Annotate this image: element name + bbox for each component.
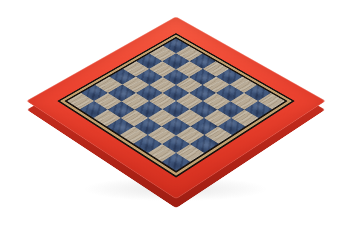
product-photo	[0, 0, 350, 231]
square-e7	[134, 118, 162, 135]
square-h4	[218, 118, 246, 135]
square-g4	[204, 109, 232, 126]
square-h7	[176, 144, 204, 162]
board-inlay-border	[57, 33, 295, 178]
square-g6	[176, 126, 204, 143]
square-h3	[231, 109, 259, 126]
square-d6	[135, 101, 162, 118]
square-f4	[190, 101, 217, 118]
square-d7	[121, 109, 149, 126]
square-c7	[107, 101, 134, 118]
square-b8	[80, 101, 107, 118]
square-e6	[148, 109, 176, 126]
square-g8	[148, 144, 176, 162]
square-g7	[162, 135, 190, 153]
square-h6	[190, 135, 218, 153]
square-f6	[162, 118, 190, 135]
square-d8	[107, 118, 135, 135]
square-h5	[204, 126, 232, 143]
square-h2	[245, 101, 272, 118]
square-c8	[93, 109, 121, 126]
square-h8	[162, 153, 191, 171]
square-g3	[217, 101, 244, 118]
square-e8	[120, 126, 148, 143]
square-g5	[190, 118, 218, 135]
square-e5	[162, 101, 189, 118]
square-f8	[134, 135, 162, 153]
square-f7	[148, 126, 176, 143]
square-f5	[176, 109, 204, 126]
